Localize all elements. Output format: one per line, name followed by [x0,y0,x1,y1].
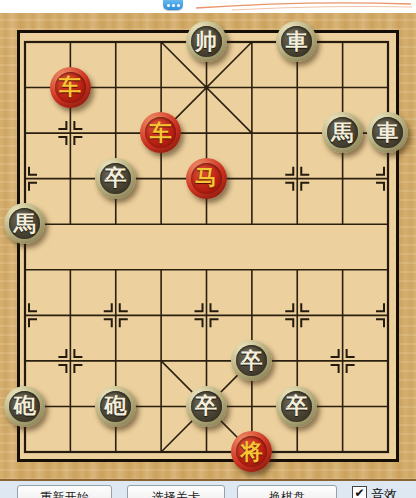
piece-glyph: 馬 [14,213,36,235]
piece-face: 将 [236,436,267,467]
piece-glyph: 砲 [104,395,126,417]
app-window: 帅車车车馬車卒马馬卒砲砲卒卒将 重新开始 选择关卡 换棋盘 ✔ 音效 [0,0,416,498]
piece-face: 馬 [9,208,40,239]
piece-glyph: 马 [195,167,217,189]
restart-button[interactable]: 重新开始 [17,485,112,498]
piece-face: 卒 [281,391,312,422]
piece-glyph: 馬 [331,122,353,144]
piece-black-soldier[interactable]: 卒 [231,340,272,381]
piece-face: 卒 [191,391,222,422]
select-level-button[interactable]: 选择关卡 [127,485,225,498]
piece-face: 帅 [191,26,222,57]
piece-black-soldier[interactable]: 卒 [186,386,227,427]
piece-face: 車 [281,26,312,57]
sound-checkbox-label: 音效 [371,486,397,498]
piece-black-soldier[interactable]: 卒 [95,158,136,199]
decorative-swoosh [0,0,416,13]
pieces-grid[interactable]: 帅車车车馬車卒马馬卒砲砲卒卒将 [2,19,411,475]
piece-face: 卒 [236,345,267,376]
piece-glyph: 车 [59,76,81,98]
piece-black-chariot[interactable]: 車 [276,21,317,62]
piece-face: 車 [372,117,403,148]
piece-glyph: 砲 [14,395,36,417]
change-board-button[interactable]: 换棋盘 [237,485,337,498]
piece-glyph: 将 [240,441,262,463]
piece-glyph: 卒 [286,395,308,417]
piece-black-chariot[interactable]: 車 [367,112,408,153]
piece-face: 砲 [100,391,131,422]
piece-black-horse[interactable]: 馬 [4,203,45,244]
piece-face: 馬 [327,117,358,148]
sound-checkbox[interactable]: ✔ [352,486,367,498]
piece-face: 车 [145,117,176,148]
menu-dots-icon[interactable] [163,0,183,10]
piece-glyph: 卒 [240,350,262,372]
piece-red-horse[interactable]: 马 [186,158,227,199]
piece-red-general[interactable]: 将 [231,431,272,472]
piece-black-general[interactable]: 帅 [186,21,227,62]
piece-glyph: 帅 [195,31,217,53]
bottom-toolbar: 重新开始 选择关卡 换棋盘 ✔ 音效 [0,479,416,498]
piece-black-horse[interactable]: 馬 [322,112,363,153]
piece-face: 砲 [9,391,40,422]
piece-glyph: 車 [377,122,399,144]
piece-black-cannon[interactable]: 砲 [95,386,136,427]
piece-black-cannon[interactable]: 砲 [4,386,45,427]
piece-glyph: 車 [286,31,308,53]
piece-face: 卒 [100,163,131,194]
piece-red-chariot[interactable]: 车 [50,67,91,108]
piece-face: 马 [191,163,222,194]
piece-black-soldier[interactable]: 卒 [276,386,317,427]
top-bar [0,0,416,13]
piece-red-chariot[interactable]: 车 [140,112,181,153]
piece-glyph: 卒 [104,167,126,189]
piece-glyph: 车 [150,122,172,144]
piece-glyph: 卒 [195,395,217,417]
piece-face: 车 [55,72,86,103]
